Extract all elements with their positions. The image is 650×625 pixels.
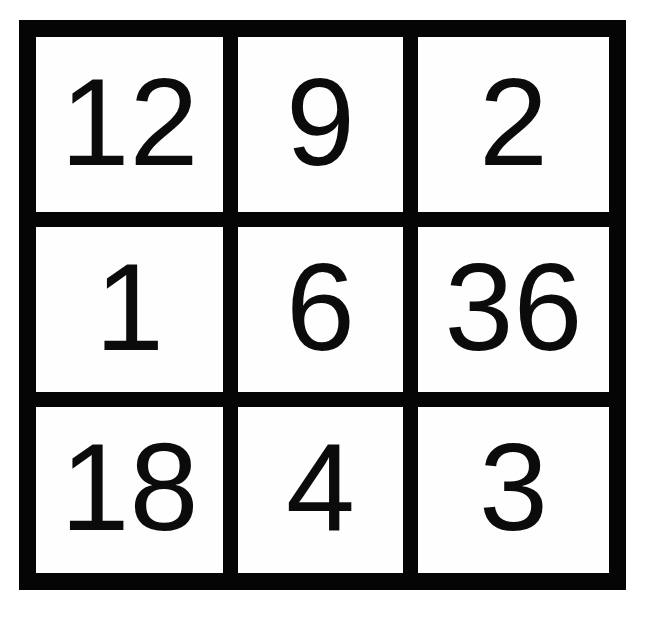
- cell-r3c3: 3: [418, 407, 609, 573]
- cell-r1c2: 9: [238, 37, 403, 212]
- cell-r2c3: 36: [418, 227, 609, 392]
- magic-square-board: 12 9 2 1 6 36 18 4 3: [19, 20, 626, 590]
- cell-r3c1: 18: [36, 407, 223, 573]
- cell-r3c2: 4: [238, 407, 403, 573]
- cell-r2c2: 6: [238, 227, 403, 392]
- cell-r1c1: 12: [36, 37, 223, 212]
- cell-r2c1: 1: [36, 227, 223, 392]
- cell-r1c3: 2: [418, 37, 609, 212]
